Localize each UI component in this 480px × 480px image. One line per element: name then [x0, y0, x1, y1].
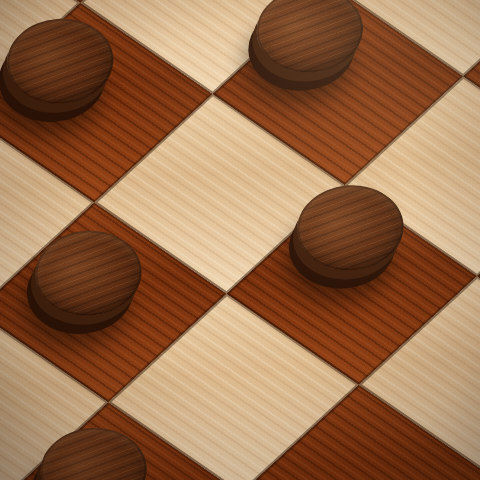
checkers-board — [0, 0, 480, 480]
checkers-board-photo — [0, 0, 480, 480]
